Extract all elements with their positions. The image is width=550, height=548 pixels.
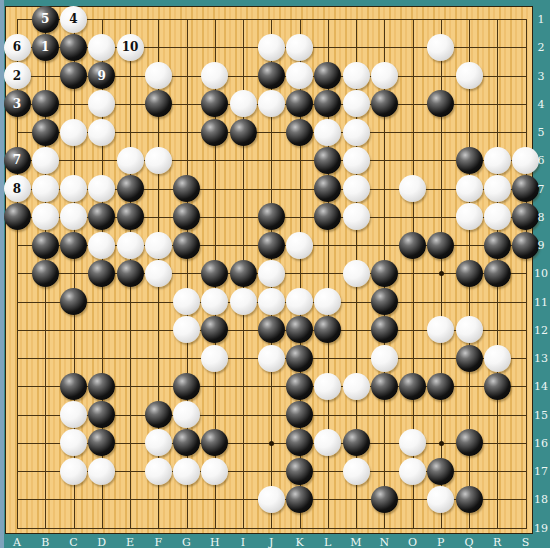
- stone-P2[interactable]: [427, 34, 454, 61]
- move-number-label: 9: [98, 70, 106, 82]
- stone-K15[interactable]: [286, 401, 313, 428]
- stone-C16[interactable]: [60, 429, 87, 456]
- row-label-17: 17: [532, 465, 550, 478]
- stone-D8[interactable]: [88, 203, 115, 230]
- stone-H17[interactable]: [201, 458, 228, 485]
- stone-F17[interactable]: [145, 458, 172, 485]
- stone-N13[interactable]: [371, 345, 398, 372]
- stone-G12[interactable]: [173, 316, 200, 343]
- stone-C8[interactable]: [60, 203, 87, 230]
- stone-A8[interactable]: [4, 203, 31, 230]
- stone-D14[interactable]: [88, 373, 115, 400]
- stone-N14[interactable]: [371, 373, 398, 400]
- stone-H4[interactable]: [201, 90, 228, 117]
- stone-M14[interactable]: [343, 373, 370, 400]
- column-label-D: D: [92, 536, 112, 548]
- row-label-13: 13: [532, 352, 550, 365]
- stone-D9[interactable]: [88, 232, 115, 259]
- stone-N12[interactable]: [371, 316, 398, 343]
- stone-O7[interactable]: [399, 175, 426, 202]
- move-number-label: 1: [41, 41, 49, 53]
- stone-L11[interactable]: [314, 288, 341, 315]
- column-label-Q: Q: [459, 536, 479, 548]
- stone-N11[interactable]: [371, 288, 398, 315]
- stone-L8[interactable]: [314, 203, 341, 230]
- stone-C7[interactable]: [60, 175, 87, 202]
- stone-I11[interactable]: [230, 288, 257, 315]
- stone-C14[interactable]: [60, 373, 87, 400]
- stone-D16[interactable]: [88, 429, 115, 456]
- column-label-B: B: [35, 536, 55, 548]
- column-label-M: M: [346, 536, 366, 548]
- stone-B10[interactable]: [32, 260, 59, 287]
- stone-B9[interactable]: [32, 232, 59, 259]
- stone-D7[interactable]: [88, 175, 115, 202]
- stone-C3[interactable]: [60, 62, 87, 89]
- stone-R8[interactable]: [484, 203, 511, 230]
- stone-F16[interactable]: [145, 429, 172, 456]
- grid-line-vertical: [526, 19, 527, 529]
- stone-F15[interactable]: [145, 401, 172, 428]
- stone-K16[interactable]: [286, 429, 313, 456]
- window-edge-strip: [0, 0, 4, 548]
- goban[interactable]: 54611029378: [5, 6, 533, 534]
- stone-H12[interactable]: [201, 316, 228, 343]
- stone-K18[interactable]: [286, 486, 313, 513]
- row-label-12: 12: [532, 324, 550, 337]
- stone-A7[interactable]: 8: [4, 175, 31, 202]
- stone-H3[interactable]: [201, 62, 228, 89]
- stone-K4[interactable]: [286, 90, 313, 117]
- stone-P9[interactable]: [427, 232, 454, 259]
- row-label-15: 15: [532, 409, 550, 422]
- stone-J10[interactable]: [258, 260, 285, 287]
- stone-H10[interactable]: [201, 260, 228, 287]
- stone-J18[interactable]: [258, 486, 285, 513]
- stone-R7[interactable]: [484, 175, 511, 202]
- stone-E7[interactable]: [117, 175, 144, 202]
- move-number-label: 7: [13, 154, 21, 166]
- stone-I4[interactable]: [230, 90, 257, 117]
- column-label-C: C: [64, 536, 84, 548]
- move-number-label: 5: [41, 13, 49, 25]
- stone-K12[interactable]: [286, 316, 313, 343]
- stone-M8[interactable]: [343, 203, 370, 230]
- move-number-label: 6: [13, 41, 21, 53]
- column-label-R: R: [487, 536, 507, 548]
- stone-L6[interactable]: [314, 147, 341, 174]
- stone-A3[interactable]: 2: [4, 62, 31, 89]
- row-label-6: 6: [532, 154, 550, 167]
- stone-R6[interactable]: [484, 147, 511, 174]
- stone-F3[interactable]: [145, 62, 172, 89]
- column-label-E: E: [120, 536, 140, 548]
- stone-L14[interactable]: [314, 373, 341, 400]
- stone-B4[interactable]: [32, 90, 59, 117]
- stone-Q16[interactable]: [456, 429, 483, 456]
- stone-J4[interactable]: [258, 90, 285, 117]
- stone-Q7[interactable]: [456, 175, 483, 202]
- column-label-G: G: [177, 536, 197, 548]
- stone-J8[interactable]: [258, 203, 285, 230]
- stone-J12[interactable]: [258, 316, 285, 343]
- stone-L7[interactable]: [314, 175, 341, 202]
- stone-E8[interactable]: [117, 203, 144, 230]
- move-number-label: 10: [122, 41, 139, 53]
- hoshi-point: [269, 441, 274, 446]
- stone-H11[interactable]: [201, 288, 228, 315]
- stone-K2[interactable]: [286, 34, 313, 61]
- column-label-A: A: [7, 536, 27, 548]
- stone-K11[interactable]: [286, 288, 313, 315]
- stone-C1[interactable]: 4: [60, 6, 87, 33]
- stone-Q3[interactable]: [456, 62, 483, 89]
- stone-E9[interactable]: [117, 232, 144, 259]
- row-label-19: 19: [532, 522, 550, 535]
- stone-C15[interactable]: [60, 401, 87, 428]
- stone-I10[interactable]: [230, 260, 257, 287]
- column-label-P: P: [431, 536, 451, 548]
- row-label-4: 4: [532, 98, 550, 111]
- move-number-label: 8: [13, 183, 21, 195]
- stone-F10[interactable]: [145, 260, 172, 287]
- stone-E10[interactable]: [117, 260, 144, 287]
- stone-J2[interactable]: [258, 34, 285, 61]
- stone-H13[interactable]: [201, 345, 228, 372]
- stone-B7[interactable]: [32, 175, 59, 202]
- stone-C2[interactable]: [60, 34, 87, 61]
- stone-D17[interactable]: [88, 458, 115, 485]
- stone-O17[interactable]: [399, 458, 426, 485]
- go-board-screenshot: 54611029378 ABCDEFGHIJKLMNOPQRS 12345678…: [0, 0, 550, 548]
- stone-N3[interactable]: [371, 62, 398, 89]
- stone-B2[interactable]: 1: [32, 34, 59, 61]
- hoshi-point: [439, 271, 444, 276]
- stone-F6[interactable]: [145, 147, 172, 174]
- stone-Q12[interactable]: [456, 316, 483, 343]
- stone-K14[interactable]: [286, 373, 313, 400]
- stone-B6[interactable]: [32, 147, 59, 174]
- stone-R9[interactable]: [484, 232, 511, 259]
- move-number-label: 3: [13, 98, 21, 110]
- stone-M6[interactable]: [343, 147, 370, 174]
- stone-K13[interactable]: [286, 345, 313, 372]
- row-label-3: 3: [532, 70, 550, 83]
- stone-Q18[interactable]: [456, 486, 483, 513]
- stone-N10[interactable]: [371, 260, 398, 287]
- column-label-N: N: [374, 536, 394, 548]
- stone-I5[interactable]: [230, 119, 257, 146]
- row-label-16: 16: [532, 437, 550, 450]
- stone-F4[interactable]: [145, 90, 172, 117]
- stone-G16[interactable]: [173, 429, 200, 456]
- stone-P12[interactable]: [427, 316, 454, 343]
- stone-A2[interactable]: 6: [4, 34, 31, 61]
- stone-A4[interactable]: 3: [4, 90, 31, 117]
- stone-D3[interactable]: 9: [88, 62, 115, 89]
- column-label-H: H: [205, 536, 225, 548]
- row-label-11: 11: [532, 296, 550, 309]
- stone-G14[interactable]: [173, 373, 200, 400]
- stone-G15[interactable]: [173, 401, 200, 428]
- stone-Q8[interactable]: [456, 203, 483, 230]
- stone-B8[interactable]: [32, 203, 59, 230]
- stone-D2[interactable]: [88, 34, 115, 61]
- stone-C17[interactable]: [60, 458, 87, 485]
- stone-C11[interactable]: [60, 288, 87, 315]
- stone-L5[interactable]: [314, 119, 341, 146]
- stone-J9[interactable]: [258, 232, 285, 259]
- column-label-J: J: [261, 536, 281, 548]
- stone-G11[interactable]: [173, 288, 200, 315]
- stone-O14[interactable]: [399, 373, 426, 400]
- stone-G7[interactable]: [173, 175, 200, 202]
- stone-M16[interactable]: [343, 429, 370, 456]
- stone-K5[interactable]: [286, 119, 313, 146]
- stone-M17[interactable]: [343, 458, 370, 485]
- stone-H5[interactable]: [201, 119, 228, 146]
- column-label-I: I: [233, 536, 253, 548]
- stone-C9[interactable]: [60, 232, 87, 259]
- stone-R14[interactable]: [484, 373, 511, 400]
- hoshi-point: [439, 441, 444, 446]
- row-label-7: 7: [532, 183, 550, 196]
- stone-O9[interactable]: [399, 232, 426, 259]
- row-label-14: 14: [532, 380, 550, 393]
- stone-N18[interactable]: [371, 486, 398, 513]
- column-label-F: F: [148, 536, 168, 548]
- move-number-label: 2: [13, 70, 21, 82]
- stone-M4[interactable]: [343, 90, 370, 117]
- stone-G9[interactable]: [173, 232, 200, 259]
- column-label-L: L: [318, 536, 338, 548]
- stone-M7[interactable]: [343, 175, 370, 202]
- stone-Q10[interactable]: [456, 260, 483, 287]
- stone-R13[interactable]: [484, 345, 511, 372]
- stone-C5[interactable]: [60, 119, 87, 146]
- stone-G17[interactable]: [173, 458, 200, 485]
- stone-J11[interactable]: [258, 288, 285, 315]
- stone-L16[interactable]: [314, 429, 341, 456]
- stone-P18[interactable]: [427, 486, 454, 513]
- stone-R10[interactable]: [484, 260, 511, 287]
- stone-P14[interactable]: [427, 373, 454, 400]
- stone-H16[interactable]: [201, 429, 228, 456]
- stone-N4[interactable]: [371, 90, 398, 117]
- stone-E2[interactable]: 10: [117, 34, 144, 61]
- stone-J13[interactable]: [258, 345, 285, 372]
- stone-J3[interactable]: [258, 62, 285, 89]
- stone-D5[interactable]: [88, 119, 115, 146]
- column-label-S: S: [516, 536, 536, 548]
- stone-M5[interactable]: [343, 119, 370, 146]
- stone-A6[interactable]: 7: [4, 147, 31, 174]
- stone-P17[interactable]: [427, 458, 454, 485]
- stone-F9[interactable]: [145, 232, 172, 259]
- stone-K17[interactable]: [286, 458, 313, 485]
- stone-O16[interactable]: [399, 429, 426, 456]
- stone-G8[interactable]: [173, 203, 200, 230]
- row-label-9: 9: [532, 239, 550, 252]
- row-label-1: 1: [532, 13, 550, 26]
- stone-L4[interactable]: [314, 90, 341, 117]
- row-label-5: 5: [532, 126, 550, 139]
- stone-M10[interactable]: [343, 260, 370, 287]
- stone-Q13[interactable]: [456, 345, 483, 372]
- stone-D10[interactable]: [88, 260, 115, 287]
- grid-line-horizontal: [17, 528, 527, 529]
- stone-B1[interactable]: 5: [32, 6, 59, 33]
- stone-D4[interactable]: [88, 90, 115, 117]
- stone-Q6[interactable]: [456, 147, 483, 174]
- column-label-O: O: [403, 536, 423, 548]
- move-number-label: 4: [69, 13, 77, 25]
- row-label-10: 10: [532, 267, 550, 280]
- stone-K3[interactable]: [286, 62, 313, 89]
- row-label-8: 8: [532, 211, 550, 224]
- stone-P4[interactable]: [427, 90, 454, 117]
- stone-L3[interactable]: [314, 62, 341, 89]
- stone-K9[interactable]: [286, 232, 313, 259]
- stone-E6[interactable]: [117, 147, 144, 174]
- stone-M3[interactable]: [343, 62, 370, 89]
- row-label-18: 18: [532, 493, 550, 506]
- stone-D15[interactable]: [88, 401, 115, 428]
- stone-L12[interactable]: [314, 316, 341, 343]
- stone-B5[interactable]: [32, 119, 59, 146]
- row-label-2: 2: [532, 41, 550, 54]
- column-label-K: K: [290, 536, 310, 548]
